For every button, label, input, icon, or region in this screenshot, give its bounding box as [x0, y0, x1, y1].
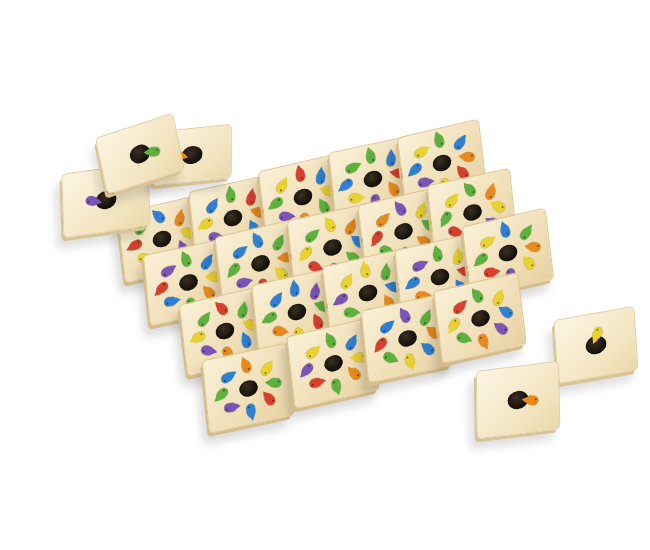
fish-icon: [163, 296, 176, 307]
fish-icon: [413, 145, 428, 159]
fish-icon: [274, 178, 288, 194]
fish-icon: [303, 228, 319, 244]
fish-icon: [453, 251, 463, 264]
fish-icon: [491, 199, 507, 214]
fish-icon: [200, 345, 215, 357]
fish-icon: [403, 352, 415, 368]
fish-icon: [522, 255, 536, 271]
fish-icon: [199, 255, 214, 271]
fish-icon: [374, 213, 389, 229]
fish-icon: [479, 235, 494, 249]
fish-icon: [269, 196, 284, 211]
fish-icon: [347, 366, 362, 382]
fish-icon: [245, 402, 256, 417]
fish-icon: [324, 333, 337, 349]
fish-icon: [226, 261, 241, 277]
fish-icon: [330, 377, 342, 393]
fish-icon: [251, 233, 264, 249]
feeding-hole-icon: [393, 221, 413, 241]
fish-icon: [199, 216, 214, 230]
fish-icon: [298, 245, 313, 261]
fish-icon: [525, 395, 540, 406]
fish-icon: [432, 247, 443, 262]
fish-icon: [339, 177, 355, 192]
fish-icon: [299, 361, 314, 377]
fish-icon: [239, 358, 252, 374]
fish-icon: [270, 236, 284, 252]
fish-icon: [262, 391, 277, 407]
feeding-hole-icon: [358, 283, 378, 303]
fish-icon: [386, 153, 396, 166]
fish-icon: [214, 386, 230, 402]
fish-icon: [381, 350, 397, 364]
fish-icon: [147, 147, 160, 157]
fish-icon: [452, 135, 467, 151]
fish-icon: [518, 225, 533, 241]
fish-icon: [315, 171, 325, 185]
memory-tile-fd-bottom-right-2-face-down[interactable]: [476, 361, 561, 440]
fish-icon: [438, 210, 453, 226]
fish-icon: [455, 331, 470, 344]
fish-icon: [527, 241, 542, 252]
fish-icon: [476, 332, 489, 348]
fish-icon: [159, 264, 174, 279]
fish-icon: [491, 291, 505, 307]
fish-icon: [304, 345, 319, 360]
fish-icon: [204, 199, 219, 215]
fish-icon: [267, 377, 281, 387]
fish-icon: [499, 223, 511, 239]
fish-icon: [231, 245, 246, 260]
fish-icon: [219, 370, 234, 385]
fish-icon: [365, 149, 376, 164]
fish-icon: [259, 361, 274, 377]
fish-icon: [154, 280, 170, 296]
fish-icon: [191, 330, 206, 344]
feeding-hole-icon: [397, 328, 417, 348]
fish-icon: [334, 292, 349, 307]
fish-icon: [323, 217, 337, 233]
fish-icon: [461, 152, 475, 163]
fish-icon: [179, 252, 192, 268]
fish-icon: [339, 274, 354, 290]
fish-icon: [421, 341, 436, 357]
fish-icon: [343, 335, 357, 351]
fish-icon: [494, 321, 509, 336]
feeding-hole-icon: [223, 208, 243, 228]
feeding-hole-icon: [293, 187, 313, 207]
fish-icon: [414, 204, 427, 220]
fish-icon: [268, 293, 283, 309]
fish-icon: [393, 201, 407, 217]
fish-icon: [470, 288, 484, 304]
feeding-hole-icon: [498, 243, 518, 263]
fish-icon: [272, 326, 287, 337]
fish-icon: [343, 307, 357, 317]
feeding-hole-icon: [287, 302, 307, 322]
feeding-hole-icon: [430, 267, 450, 287]
fish-icon: [474, 251, 490, 267]
fish-icon: [380, 267, 391, 281]
fish-icon: [263, 310, 278, 324]
feeding-hole-icon: [152, 229, 172, 249]
feeding-hole-icon: [462, 202, 482, 222]
fish-icon: [406, 275, 422, 290]
fish-icon: [215, 301, 230, 317]
memory-tile-fd-bottom-right-1-face-down[interactable]: [553, 306, 638, 384]
fish-icon: [373, 336, 388, 352]
fish-icon: [152, 209, 167, 225]
fish-icon: [245, 192, 256, 206]
feeding-hole-icon: [363, 169, 383, 189]
fish-icon: [224, 402, 237, 413]
fish-icon: [483, 185, 496, 200]
fish-icon: [462, 182, 477, 198]
fish-icon: [344, 161, 359, 175]
fish-icon: [309, 286, 321, 300]
fish-icon: [369, 229, 384, 245]
fish-icon: [237, 304, 249, 319]
fish-icon: [451, 300, 466, 316]
fish-icon: [398, 308, 412, 324]
feeding-hole-icon: [323, 353, 343, 373]
fish-icon: [353, 352, 367, 361]
feeding-hole-icon: [178, 272, 198, 292]
fish-icon: [174, 212, 186, 227]
fish-icon: [290, 283, 300, 298]
fish-icon: [433, 133, 445, 149]
feeding-hole-icon: [470, 308, 490, 328]
fish-icon: [348, 194, 362, 203]
feeding-hole-icon: [432, 153, 452, 173]
fish-icon: [360, 263, 371, 278]
fish-icon: [309, 377, 323, 389]
fish-icon: [240, 334, 252, 350]
fish-icon: [378, 319, 394, 334]
feeding-hole-icon: [238, 378, 258, 398]
fish-icon: [128, 238, 143, 252]
feeding-hole-icon: [322, 237, 342, 257]
fish-icon: [411, 259, 426, 273]
fish-icon: [446, 316, 461, 332]
fish-icon: [226, 189, 236, 204]
feeding-hole-icon: [215, 321, 235, 341]
fish-icon: [443, 193, 458, 209]
fish-icon: [235, 277, 249, 289]
fish-icon: [499, 304, 514, 319]
feeding-hole-icon: [250, 253, 270, 273]
fish-icon: [295, 167, 306, 182]
fish-icon: [408, 161, 424, 177]
game-table: [0, 0, 650, 550]
fish-icon: [196, 312, 211, 328]
